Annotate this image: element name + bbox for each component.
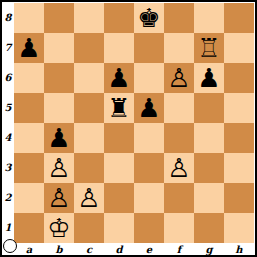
piece-black-pawn-e5[interactable]: ♟	[134, 93, 164, 123]
square-a3[interactable]	[14, 153, 44, 183]
square-d6[interactable]: ♟	[104, 63, 134, 93]
square-a6[interactable]	[14, 63, 44, 93]
chess-diagram: ♚♟♖♟♙♟♜♟♟♙♙♙♙♔ 87654321 abcdefgh	[0, 0, 257, 257]
square-a4[interactable]	[14, 123, 44, 153]
rank-label-5: 5	[2, 93, 14, 123]
square-f1[interactable]	[164, 213, 194, 243]
square-d7[interactable]	[104, 33, 134, 63]
square-c7[interactable]	[74, 33, 104, 63]
square-e1[interactable]	[134, 213, 164, 243]
square-f5[interactable]	[164, 93, 194, 123]
file-label-h: h	[224, 244, 254, 256]
file-label-b: b	[44, 244, 74, 256]
piece-black-king-e8[interactable]: ♚	[134, 3, 164, 33]
square-c6[interactable]	[74, 63, 104, 93]
square-d2[interactable]	[104, 183, 134, 213]
file-label-a: a	[14, 244, 44, 256]
square-g1[interactable]	[194, 213, 224, 243]
rank-label-2: 2	[2, 183, 14, 213]
square-b1[interactable]: ♔	[44, 213, 74, 243]
piece-white-rook-g7[interactable]: ♖	[194, 33, 224, 63]
rank-label-4: 4	[2, 123, 14, 153]
square-b8[interactable]	[44, 3, 74, 33]
piece-white-king-b1[interactable]: ♔	[44, 213, 74, 243]
piece-black-pawn-g6[interactable]: ♟	[194, 63, 224, 93]
square-h8[interactable]	[224, 3, 254, 33]
file-label-d: d	[104, 244, 134, 256]
square-e7[interactable]	[134, 33, 164, 63]
square-f8[interactable]	[164, 3, 194, 33]
square-f7[interactable]	[164, 33, 194, 63]
rank-label-7: 7	[2, 33, 14, 63]
square-b2[interactable]: ♙	[44, 183, 74, 213]
rank-label-3: 3	[2, 153, 14, 183]
square-c5[interactable]	[74, 93, 104, 123]
piece-black-pawn-d6[interactable]: ♟	[104, 63, 134, 93]
square-h2[interactable]	[224, 183, 254, 213]
square-g7[interactable]: ♖	[194, 33, 224, 63]
square-h6[interactable]	[224, 63, 254, 93]
square-f3[interactable]: ♙	[164, 153, 194, 183]
square-d4[interactable]	[104, 123, 134, 153]
square-c8[interactable]	[74, 3, 104, 33]
square-h7[interactable]	[224, 33, 254, 63]
piece-white-pawn-f3[interactable]: ♙	[164, 153, 194, 183]
piece-white-pawn-f6[interactable]: ♙	[164, 63, 194, 93]
rank-label-6: 6	[2, 63, 14, 93]
square-e4[interactable]	[134, 123, 164, 153]
square-b7[interactable]	[44, 33, 74, 63]
square-g8[interactable]	[194, 3, 224, 33]
square-d5[interactable]: ♜	[104, 93, 134, 123]
square-f2[interactable]	[164, 183, 194, 213]
square-e3[interactable]	[134, 153, 164, 183]
square-c1[interactable]	[74, 213, 104, 243]
square-g4[interactable]	[194, 123, 224, 153]
file-label-e: e	[134, 244, 164, 256]
square-a1[interactable]	[14, 213, 44, 243]
turn-indicator-white-circle	[3, 239, 17, 253]
piece-white-pawn-b2[interactable]: ♙	[44, 183, 74, 213]
square-d3[interactable]	[104, 153, 134, 183]
square-a5[interactable]	[14, 93, 44, 123]
square-a8[interactable]	[14, 3, 44, 33]
square-e6[interactable]	[134, 63, 164, 93]
square-e8[interactable]: ♚	[134, 3, 164, 33]
square-b5[interactable]	[44, 93, 74, 123]
piece-black-pawn-a7[interactable]: ♟	[14, 33, 44, 63]
square-a7[interactable]: ♟	[14, 33, 44, 63]
square-d1[interactable]	[104, 213, 134, 243]
square-f6[interactable]: ♙	[164, 63, 194, 93]
square-d8[interactable]	[104, 3, 134, 33]
square-c3[interactable]	[74, 153, 104, 183]
square-g5[interactable]	[194, 93, 224, 123]
square-g3[interactable]	[194, 153, 224, 183]
square-b4[interactable]: ♟	[44, 123, 74, 153]
square-h1[interactable]	[224, 213, 254, 243]
square-c4[interactable]	[74, 123, 104, 153]
chess-board: ♚♟♖♟♙♟♜♟♟♙♙♙♙♔	[14, 3, 254, 243]
square-h3[interactable]	[224, 153, 254, 183]
rank-label-8: 8	[2, 3, 14, 33]
square-e5[interactable]: ♟	[134, 93, 164, 123]
square-h4[interactable]	[224, 123, 254, 153]
file-label-g: g	[194, 244, 224, 256]
piece-black-rook-d5[interactable]: ♜	[104, 93, 134, 123]
file-label-c: c	[74, 244, 104, 256]
square-f4[interactable]	[164, 123, 194, 153]
square-g6[interactable]: ♟	[194, 63, 224, 93]
square-b6[interactable]	[44, 63, 74, 93]
square-h5[interactable]	[224, 93, 254, 123]
piece-white-pawn-c2[interactable]: ♙	[74, 183, 104, 213]
square-a2[interactable]	[14, 183, 44, 213]
piece-white-pawn-b3[interactable]: ♙	[44, 153, 74, 183]
piece-black-pawn-b4[interactable]: ♟	[44, 123, 74, 153]
square-g2[interactable]	[194, 183, 224, 213]
square-c2[interactable]: ♙	[74, 183, 104, 213]
file-label-f: f	[164, 244, 194, 256]
square-b3[interactable]: ♙	[44, 153, 74, 183]
square-e2[interactable]	[134, 183, 164, 213]
